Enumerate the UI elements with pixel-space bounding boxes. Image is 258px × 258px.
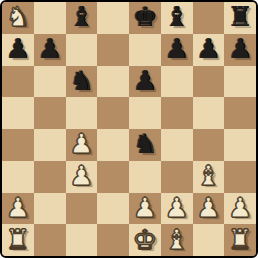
square-c8[interactable]: ♝ — [66, 2, 98, 34]
square-e3[interactable] — [129, 161, 161, 193]
square-a3[interactable] — [2, 161, 34, 193]
square-d4[interactable] — [97, 129, 129, 161]
piece-black-bishop: ♝ — [69, 3, 93, 30]
piece-black-king: ♚ — [133, 3, 157, 30]
piece-black-rook: ♜ — [228, 3, 252, 30]
square-g5[interactable] — [193, 97, 225, 129]
piece-black-pawn: ♟ — [6, 35, 30, 62]
piece-black-knight: ♞ — [69, 67, 93, 94]
square-c6[interactable]: ♞ — [66, 66, 98, 98]
piece-white-pawn: ♟ — [69, 130, 93, 157]
square-d5[interactable] — [97, 97, 129, 129]
square-a2[interactable]: ♟ — [2, 193, 34, 225]
square-h1[interactable]: ♜ — [224, 224, 256, 256]
square-h7[interactable]: ♟ — [224, 34, 256, 66]
piece-white-pawn: ♟ — [228, 194, 252, 221]
square-f5[interactable] — [161, 97, 193, 129]
piece-white-rook: ♜ — [228, 226, 252, 253]
square-b6[interactable] — [34, 66, 66, 98]
square-d8[interactable] — [97, 2, 129, 34]
square-b4[interactable] — [34, 129, 66, 161]
square-g1[interactable] — [193, 224, 225, 256]
piece-black-knight: ♞ — [133, 130, 157, 157]
piece-white-knight: ♞ — [6, 3, 30, 30]
piece-white-pawn: ♟ — [133, 194, 157, 221]
square-g4[interactable] — [193, 129, 225, 161]
piece-white-bishop: ♝ — [165, 226, 189, 253]
piece-black-bishop: ♝ — [165, 3, 189, 30]
square-a6[interactable] — [2, 66, 34, 98]
square-f7[interactable]: ♟ — [161, 34, 193, 66]
piece-white-king: ♚ — [133, 226, 157, 253]
square-d7[interactable] — [97, 34, 129, 66]
square-c4[interactable]: ♟ — [66, 129, 98, 161]
chess-board: ♞♝♚♝♜♟♟♟♟♟♞♟♟♞♟♝♟♟♟♟♟♜♚♝♜ — [0, 0, 258, 258]
piece-white-bishop: ♝ — [196, 162, 220, 189]
piece-black-pawn: ♟ — [38, 35, 62, 62]
piece-black-pawn: ♟ — [196, 35, 220, 62]
square-d3[interactable] — [97, 161, 129, 193]
square-e6[interactable]: ♟ — [129, 66, 161, 98]
square-a8[interactable]: ♞ — [2, 2, 34, 34]
square-f3[interactable] — [161, 161, 193, 193]
square-c7[interactable] — [66, 34, 98, 66]
square-b5[interactable] — [34, 97, 66, 129]
piece-white-pawn: ♟ — [196, 194, 220, 221]
square-f8[interactable]: ♝ — [161, 2, 193, 34]
square-h4[interactable] — [224, 129, 256, 161]
square-b7[interactable]: ♟ — [34, 34, 66, 66]
square-c1[interactable] — [66, 224, 98, 256]
square-e2[interactable]: ♟ — [129, 193, 161, 225]
piece-white-pawn: ♟ — [69, 162, 93, 189]
square-a1[interactable]: ♜ — [2, 224, 34, 256]
square-e8[interactable]: ♚ — [129, 2, 161, 34]
square-a4[interactable] — [2, 129, 34, 161]
square-e7[interactable] — [129, 34, 161, 66]
square-h2[interactable]: ♟ — [224, 193, 256, 225]
square-e4[interactable]: ♞ — [129, 129, 161, 161]
square-c3[interactable]: ♟ — [66, 161, 98, 193]
square-f4[interactable] — [161, 129, 193, 161]
square-h6[interactable] — [224, 66, 256, 98]
square-g7[interactable]: ♟ — [193, 34, 225, 66]
square-g6[interactable] — [193, 66, 225, 98]
piece-white-pawn: ♟ — [165, 194, 189, 221]
square-c5[interactable] — [66, 97, 98, 129]
square-a5[interactable] — [2, 97, 34, 129]
square-g3[interactable]: ♝ — [193, 161, 225, 193]
piece-white-rook: ♜ — [6, 226, 30, 253]
square-c2[interactable] — [66, 193, 98, 225]
square-h8[interactable]: ♜ — [224, 2, 256, 34]
piece-black-pawn: ♟ — [228, 35, 252, 62]
piece-white-pawn: ♟ — [6, 194, 30, 221]
square-h3[interactable] — [224, 161, 256, 193]
square-a7[interactable]: ♟ — [2, 34, 34, 66]
square-h5[interactable] — [224, 97, 256, 129]
square-b1[interactable] — [34, 224, 66, 256]
square-f1[interactable]: ♝ — [161, 224, 193, 256]
square-g8[interactable] — [193, 2, 225, 34]
square-g2[interactable]: ♟ — [193, 193, 225, 225]
square-d2[interactable] — [97, 193, 129, 225]
square-e5[interactable] — [129, 97, 161, 129]
square-d1[interactable] — [97, 224, 129, 256]
square-e1[interactable]: ♚ — [129, 224, 161, 256]
piece-black-pawn: ♟ — [133, 67, 157, 94]
square-f2[interactable]: ♟ — [161, 193, 193, 225]
square-b3[interactable] — [34, 161, 66, 193]
square-d6[interactable] — [97, 66, 129, 98]
piece-black-pawn: ♟ — [165, 35, 189, 62]
square-b2[interactable] — [34, 193, 66, 225]
square-f6[interactable] — [161, 66, 193, 98]
square-b8[interactable] — [34, 2, 66, 34]
